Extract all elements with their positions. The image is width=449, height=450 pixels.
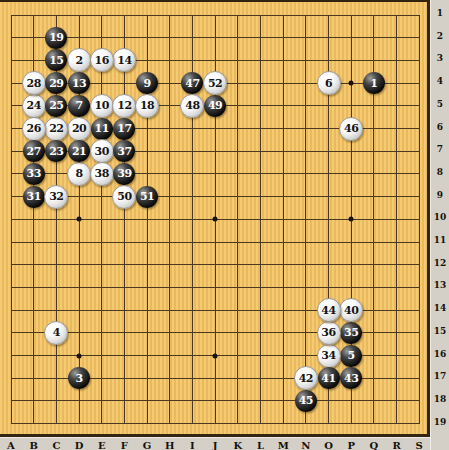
grid-line-horizontal (11, 242, 419, 243)
stone-black-F6-move-17: 17 (113, 118, 135, 140)
grid-line-horizontal (11, 423, 419, 424)
stone-black-F7-move-37: 37 (113, 140, 135, 162)
stone-white-F9-move-50: 50 (112, 185, 136, 209)
move-number: 41 (321, 373, 335, 384)
col-label-O: O (324, 439, 333, 450)
stone-black-P16-move-5: 5 (340, 345, 362, 367)
stone-white-C6-move-22: 22 (44, 117, 68, 141)
move-number: 18 (140, 100, 154, 111)
col-label-M: M (278, 439, 289, 450)
grid-line-horizontal (11, 287, 419, 288)
stone-white-E8-move-38: 38 (90, 162, 114, 186)
stone-white-B4-move-28: 28 (22, 71, 46, 95)
stone-white-E3-move-16: 16 (90, 48, 114, 72)
row-label-9: 9 (437, 190, 443, 200)
row-label-1: 1 (437, 8, 443, 18)
move-number: 49 (208, 100, 222, 111)
stone-black-P17-move-43: 43 (340, 367, 362, 389)
move-number: 47 (185, 78, 199, 89)
move-number: 46 (344, 123, 358, 134)
star-point (213, 353, 218, 358)
stone-black-C4-move-29: 29 (45, 72, 67, 94)
stone-white-G5-move-18: 18 (135, 94, 159, 118)
col-label-F: F (121, 439, 128, 450)
stone-white-N17-move-42: 42 (294, 366, 318, 390)
row-label-12: 12 (434, 258, 447, 268)
move-number: 25 (49, 100, 63, 111)
stone-white-O15-move-36: 36 (317, 321, 341, 345)
star-point (213, 217, 218, 222)
move-number: 27 (27, 146, 41, 157)
row-label-8: 8 (437, 167, 443, 177)
row-label-16: 16 (434, 349, 447, 359)
row-label-13: 13 (434, 280, 447, 290)
stone-black-C7-move-23: 23 (45, 140, 67, 162)
stone-white-B6-move-26: 26 (22, 117, 46, 141)
move-number: 11 (95, 123, 109, 134)
stone-black-D17-move-3: 3 (68, 367, 90, 389)
move-number: 51 (140, 191, 154, 202)
col-label-P: P (347, 439, 355, 450)
stone-black-D4-move-13: 13 (68, 72, 90, 94)
star-point (349, 81, 354, 86)
stone-black-P15-move-35: 35 (340, 322, 362, 344)
move-number: 24 (27, 100, 41, 111)
move-number: 52 (208, 78, 222, 89)
move-number: 44 (321, 305, 335, 316)
bottom-coordinate-strip: ABCDEFGHIJKLMNOPQRS (0, 437, 430, 450)
stone-black-O17-move-41: 41 (318, 367, 340, 389)
col-label-K: K (233, 439, 242, 450)
row-label-11: 11 (434, 235, 447, 245)
move-number: 3 (75, 373, 82, 384)
move-number: 9 (144, 78, 151, 89)
row-label-18: 18 (434, 394, 447, 404)
stone-black-D5-move-7: 7 (68, 95, 90, 117)
grid-line-horizontal (11, 400, 419, 401)
col-label-E: E (98, 439, 106, 450)
move-number: 33 (27, 168, 41, 179)
move-number: 1 (370, 78, 377, 89)
col-label-Q: Q (370, 439, 379, 450)
col-label-S: S (416, 439, 423, 450)
stone-black-G4-move-9: 9 (136, 72, 158, 94)
move-number: 8 (75, 168, 82, 179)
stone-black-C3-move-15: 15 (45, 49, 67, 71)
move-number: 48 (185, 100, 199, 111)
row-label-4: 4 (437, 76, 443, 86)
stone-black-J5-move-49: 49 (204, 95, 226, 117)
move-number: 17 (117, 123, 131, 134)
move-number: 30 (95, 146, 109, 157)
stone-white-D6-move-20: 20 (67, 117, 91, 141)
grid-line-vertical (283, 15, 284, 424)
stone-white-D3-move-2: 2 (67, 48, 91, 72)
col-label-J: J (213, 439, 218, 450)
move-number: 5 (348, 350, 355, 361)
stone-white-O16-move-34: 34 (317, 344, 341, 368)
move-number: 42 (299, 373, 313, 384)
move-number: 43 (344, 373, 358, 384)
grid-line-vertical (260, 15, 261, 424)
move-number: 7 (75, 100, 82, 111)
col-label-R: R (392, 439, 400, 450)
move-number: 14 (117, 55, 131, 66)
row-label-19: 19 (434, 417, 447, 427)
stone-white-O4-move-6: 6 (317, 71, 341, 95)
row-label-3: 3 (437, 53, 443, 63)
col-label-G: G (143, 439, 152, 450)
row-label-17: 17 (434, 371, 447, 381)
stone-black-B8-move-33: 33 (23, 163, 45, 185)
stone-black-D7-move-21: 21 (68, 140, 90, 162)
stone-white-C9-move-32: 32 (44, 185, 68, 209)
row-label-5: 5 (437, 99, 443, 109)
row-label-6: 6 (437, 122, 443, 132)
grid-line-horizontal (11, 264, 419, 265)
col-label-N: N (301, 439, 310, 450)
col-label-A: A (7, 439, 15, 450)
move-number: 13 (72, 78, 86, 89)
move-number: 35 (344, 327, 358, 338)
move-number: 37 (117, 146, 131, 157)
move-number: 34 (321, 350, 335, 361)
move-number: 20 (72, 123, 86, 134)
move-number: 21 (72, 146, 86, 157)
star-point (77, 353, 82, 358)
stone-white-P6-move-46: 46 (339, 117, 363, 141)
stone-white-F3-move-14: 14 (112, 48, 136, 72)
grid-line-vertical (237, 15, 238, 424)
stone-white-O14-move-44: 44 (317, 298, 341, 322)
go-diagram: 1234567891011121314151617181920212223242… (0, 0, 449, 450)
stone-black-E6-move-11: 11 (91, 118, 113, 140)
stone-black-N18-move-45: 45 (295, 390, 317, 412)
move-number: 36 (321, 327, 335, 338)
move-number: 31 (27, 191, 41, 202)
col-label-I: I (190, 439, 195, 450)
move-number: 12 (117, 100, 131, 111)
move-number: 15 (49, 55, 63, 66)
stone-white-F5-move-12: 12 (112, 94, 136, 118)
col-label-C: C (52, 439, 60, 450)
grid-line-vertical (419, 15, 420, 424)
row-label-10: 10 (434, 212, 447, 222)
stone-black-F8-move-39: 39 (113, 163, 135, 185)
stone-white-P14-move-40: 40 (339, 298, 363, 322)
row-label-2: 2 (437, 31, 443, 41)
row-label-7: 7 (437, 144, 443, 154)
stone-black-C5-move-25: 25 (45, 95, 67, 117)
stone-white-E5-move-10: 10 (90, 94, 114, 118)
stone-white-J4-move-52: 52 (203, 71, 227, 95)
grid-line-vertical (305, 15, 306, 424)
move-number: 23 (49, 146, 63, 157)
move-number: 22 (49, 123, 63, 134)
row-label-15: 15 (434, 326, 447, 336)
move-number: 26 (27, 123, 41, 134)
grid-line-vertical (396, 15, 397, 424)
stone-white-C15-move-4: 4 (44, 321, 68, 345)
stone-black-B9-move-31: 31 (23, 186, 45, 208)
col-label-H: H (165, 439, 174, 450)
col-label-L: L (257, 439, 264, 450)
move-number: 50 (117, 191, 131, 202)
right-coordinate-strip: 12345678910111213141516171819 (430, 0, 449, 450)
stone-black-B7-move-27: 27 (23, 140, 45, 162)
stone-white-D8-move-8: 8 (67, 162, 91, 186)
go-board[interactable]: 1234567891011121314151617181920212223242… (0, 0, 430, 437)
move-number: 32 (49, 191, 63, 202)
move-number: 40 (344, 305, 358, 316)
col-label-B: B (29, 439, 37, 450)
move-number: 10 (95, 100, 109, 111)
move-number: 19 (49, 32, 63, 43)
move-number: 6 (325, 78, 332, 89)
stone-black-C2-move-19: 19 (45, 27, 67, 49)
move-number: 2 (75, 55, 82, 66)
move-number: 28 (27, 78, 41, 89)
move-number: 16 (95, 55, 109, 66)
move-number: 4 (53, 327, 60, 338)
move-number: 29 (49, 78, 63, 89)
stone-white-E7-move-30: 30 (90, 139, 114, 163)
star-point (349, 217, 354, 222)
col-label-D: D (75, 439, 84, 450)
stone-black-I4-move-47: 47 (181, 72, 203, 94)
stone-white-I5-move-48: 48 (180, 94, 204, 118)
stone-black-G9-move-51: 51 (136, 186, 158, 208)
row-label-14: 14 (434, 303, 447, 313)
move-number: 39 (117, 168, 131, 179)
star-point (77, 217, 82, 222)
move-number: 45 (299, 395, 313, 406)
stone-white-B5-move-24: 24 (22, 94, 46, 118)
stone-black-Q4-move-1: 1 (363, 72, 385, 94)
move-number: 38 (95, 168, 109, 179)
